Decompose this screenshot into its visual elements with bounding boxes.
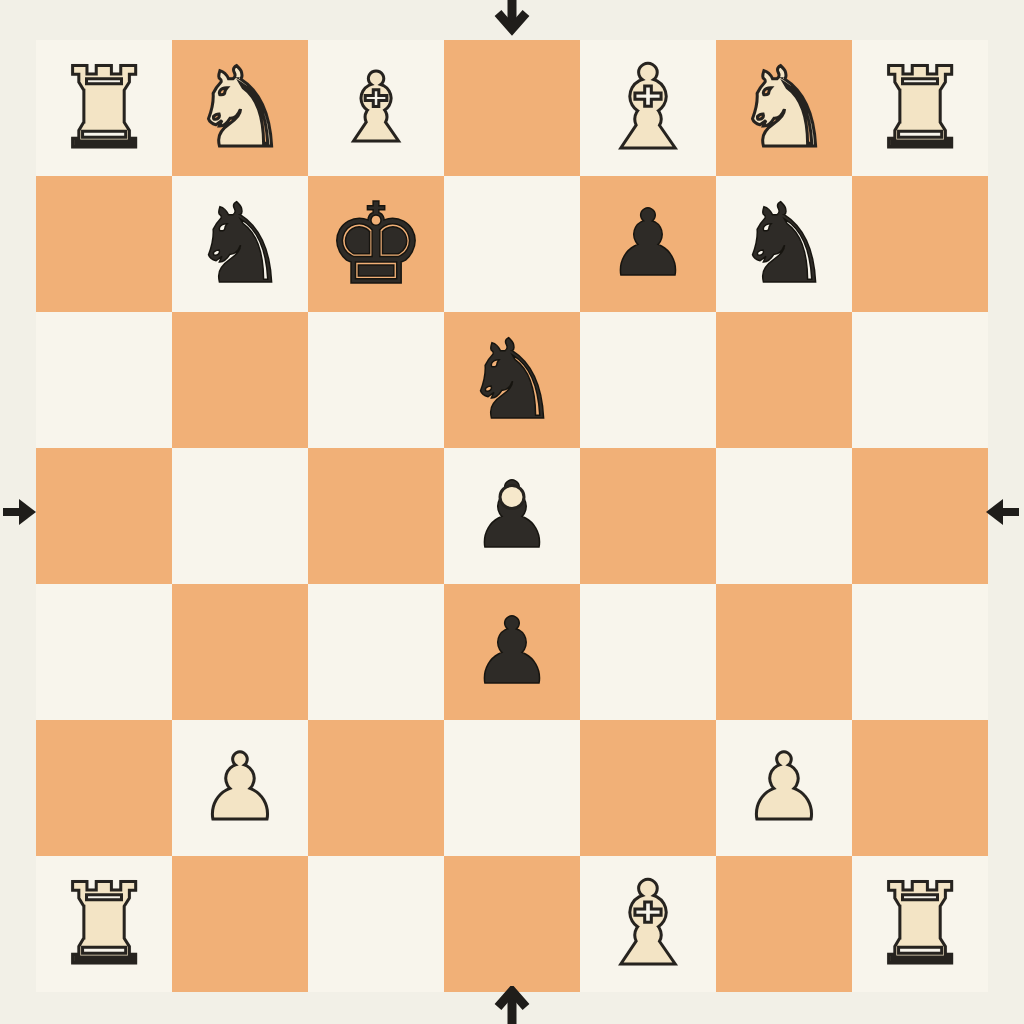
square-e2[interactable]: [580, 720, 716, 856]
square-f5[interactable]: [716, 312, 852, 448]
square-b6[interactable]: ♞: [172, 176, 308, 312]
square-f6[interactable]: ♞: [716, 176, 852, 312]
black-knight-d5: ♞: [463, 325, 562, 435]
square-d6[interactable]: [444, 176, 580, 312]
square-d7[interactable]: [444, 40, 580, 176]
white-bishop-e7: ♝: [596, 50, 700, 166]
black-pawn-light-head-d4: ♟: [471, 470, 553, 562]
square-b4[interactable]: [172, 448, 308, 584]
square-f2[interactable]: ♟: [716, 720, 852, 856]
square-d5[interactable]: ♞: [444, 312, 580, 448]
square-a1[interactable]: ♜: [36, 856, 172, 992]
square-c2[interactable]: [308, 720, 444, 856]
square-g7[interactable]: ♜: [852, 40, 988, 176]
square-c3[interactable]: [308, 584, 444, 720]
square-b3[interactable]: [172, 584, 308, 720]
chess-illustration: ♜♞♝♝♞♜♞♚♟♞♞♟♟♟♟♜♝♜: [0, 0, 1024, 1024]
arrow-right-icon: [3, 497, 43, 537]
white-knight-b7: ♞: [191, 53, 290, 163]
square-b1[interactable]: [172, 856, 308, 992]
white-rook-a7: ♜: [54, 52, 154, 164]
square-b2[interactable]: ♟: [172, 720, 308, 856]
arrow-up-icon: [492, 986, 532, 1024]
square-f3[interactable]: [716, 584, 852, 720]
black-knight-b6: ♞: [191, 189, 290, 299]
square-b7[interactable]: ♞: [172, 40, 308, 176]
square-c4[interactable]: [308, 448, 444, 584]
square-c6[interactable]: ♚: [308, 176, 444, 312]
square-e4[interactable]: [580, 448, 716, 584]
square-g1[interactable]: ♜: [852, 856, 988, 992]
black-pawn-e6: ♟: [607, 198, 689, 290]
white-rook-a1: ♜: [54, 868, 154, 980]
square-f7[interactable]: ♞: [716, 40, 852, 176]
square-a3[interactable]: [36, 584, 172, 720]
square-d4[interactable]: ♟: [444, 448, 580, 584]
square-g2[interactable]: [852, 720, 988, 856]
square-d2[interactable]: [444, 720, 580, 856]
arrow-left-icon: [985, 497, 1024, 537]
arrow-down-icon: [492, 0, 532, 36]
square-e3[interactable]: [580, 584, 716, 720]
white-rook-g7: ♜: [870, 52, 970, 164]
square-a2[interactable]: [36, 720, 172, 856]
square-e1[interactable]: ♝: [580, 856, 716, 992]
square-e5[interactable]: [580, 312, 716, 448]
square-e7[interactable]: ♝: [580, 40, 716, 176]
square-e6[interactable]: ♟: [580, 176, 716, 312]
white-knight-f7: ♞: [735, 53, 834, 163]
white-pawn-f2: ♟: [743, 742, 825, 834]
square-a6[interactable]: [36, 176, 172, 312]
square-g3[interactable]: [852, 584, 988, 720]
black-pawn-d3: ♟: [471, 606, 553, 698]
square-g4[interactable]: [852, 448, 988, 584]
square-g6[interactable]: [852, 176, 988, 312]
square-b5[interactable]: [172, 312, 308, 448]
white-pawn-b2: ♟: [199, 742, 281, 834]
chess-board: ♜♞♝♝♞♜♞♚♟♞♞♟♟♟♟♜♝♜: [36, 40, 988, 992]
black-knight-f6: ♞: [735, 189, 834, 299]
square-f4[interactable]: [716, 448, 852, 584]
square-c7[interactable]: ♝: [308, 40, 444, 176]
white-rook-g1: ♜: [870, 868, 970, 980]
black-king-c6: ♚: [326, 188, 426, 300]
square-c1[interactable]: [308, 856, 444, 992]
white-bishop-e1: ♝: [596, 866, 700, 982]
square-f1[interactable]: [716, 856, 852, 992]
white-bishop-c7: ♝: [333, 60, 419, 156]
square-c5[interactable]: [308, 312, 444, 448]
square-a7[interactable]: ♜: [36, 40, 172, 176]
square-a5[interactable]: [36, 312, 172, 448]
square-d1[interactable]: [444, 856, 580, 992]
square-a4[interactable]: [36, 448, 172, 584]
square-d3[interactable]: ♟: [444, 584, 580, 720]
square-g5[interactable]: [852, 312, 988, 448]
